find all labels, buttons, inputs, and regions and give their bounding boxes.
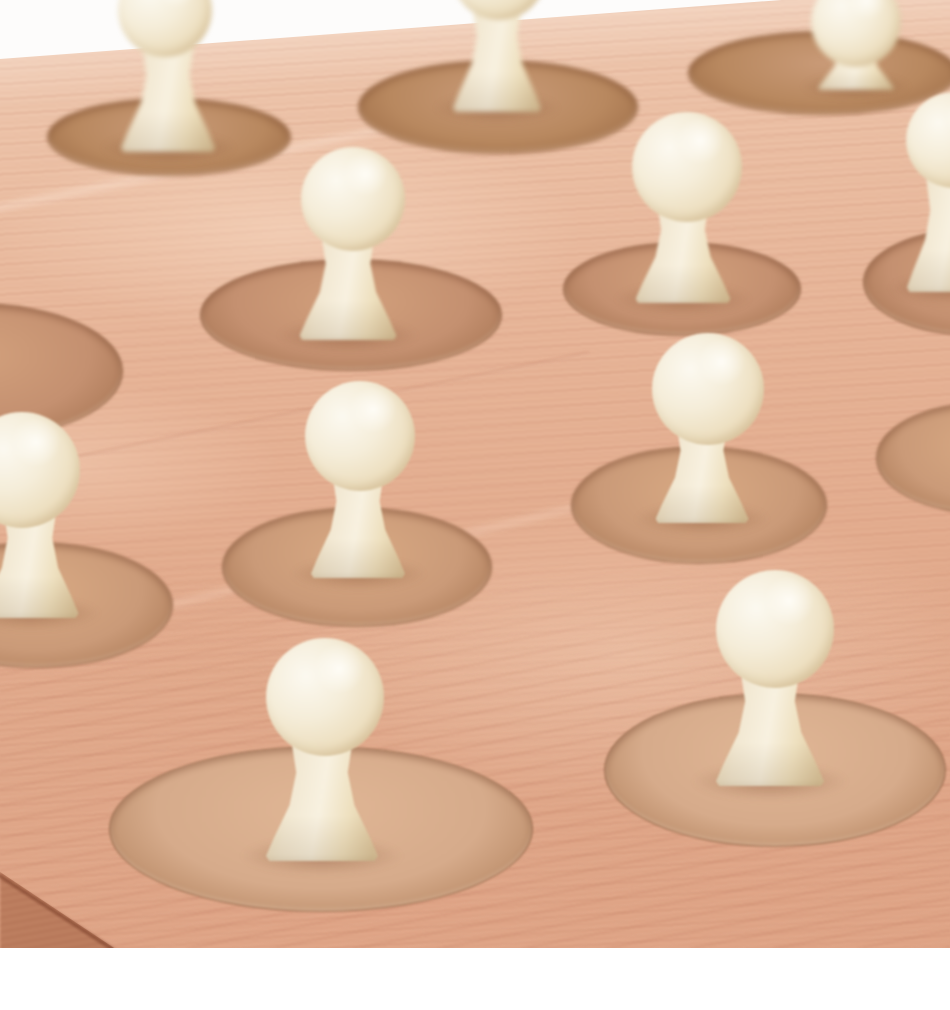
product-photo-canvas — [0, 0, 950, 1010]
peg-B3-ball — [632, 112, 742, 222]
peg-D2-ball — [266, 638, 384, 756]
peg-D3-ball — [716, 570, 834, 688]
memory-chess-photo — [0, 0, 950, 948]
peg-A2-ball — [451, 0, 547, 20]
peg-B2-ball — [301, 147, 405, 251]
peg-C3-ball — [652, 333, 764, 445]
peg-C2-ball — [305, 381, 415, 491]
